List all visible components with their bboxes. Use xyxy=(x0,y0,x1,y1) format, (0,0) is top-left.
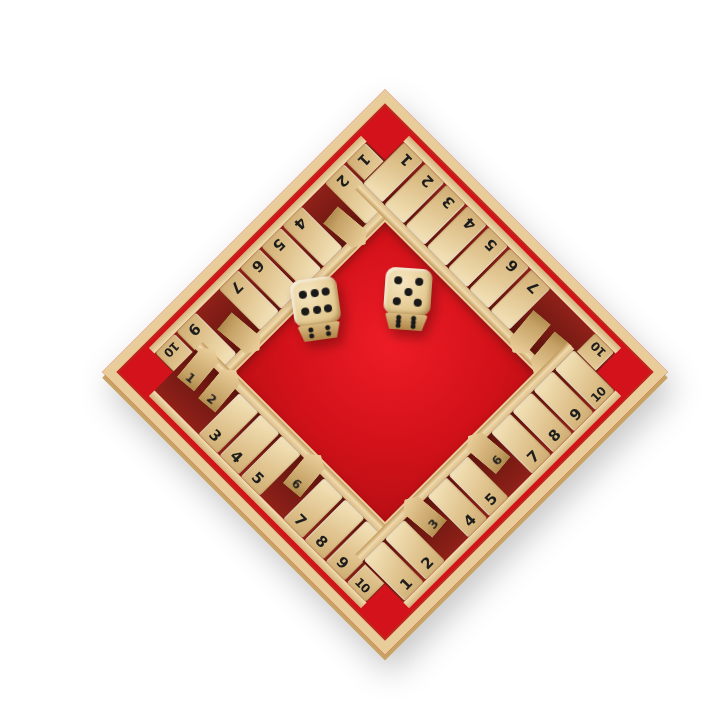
tile-number: 6 xyxy=(485,448,509,473)
die-right-top-face xyxy=(383,266,433,316)
pip xyxy=(308,327,314,333)
pip xyxy=(413,298,422,307)
pip xyxy=(415,278,424,287)
pip xyxy=(404,287,413,296)
die-left-top-6[interactable] xyxy=(289,275,344,343)
pip xyxy=(393,297,402,306)
pip xyxy=(301,307,310,316)
pip xyxy=(325,325,331,331)
pip xyxy=(326,331,332,337)
die-left-top-face xyxy=(289,275,342,328)
pip xyxy=(309,333,315,339)
tile-number: 2 xyxy=(199,387,224,411)
tile-number: 1 xyxy=(177,366,202,390)
tile-number: 3 xyxy=(421,512,445,537)
board-wrapper: 1234567891010987654321123456789101234567… xyxy=(0,0,720,720)
pip xyxy=(312,305,321,314)
pip xyxy=(321,287,330,296)
pip xyxy=(411,324,416,329)
pip xyxy=(394,276,403,285)
pip xyxy=(299,290,308,299)
die-right-top-5[interactable] xyxy=(382,266,433,331)
shut-the-box-board: 1234567891010987654321123456789101234567… xyxy=(102,89,668,655)
pip xyxy=(310,289,319,298)
product-photo-stage: 1234567891010987654321123456789101234567… xyxy=(0,0,720,720)
pip xyxy=(395,323,400,328)
die-right-front-face xyxy=(384,312,428,331)
tile-number: 6 xyxy=(283,472,308,496)
pip xyxy=(323,304,332,313)
